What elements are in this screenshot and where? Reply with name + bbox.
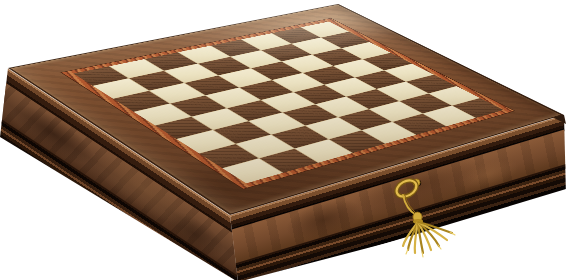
chess-box-photo xyxy=(0,0,566,280)
